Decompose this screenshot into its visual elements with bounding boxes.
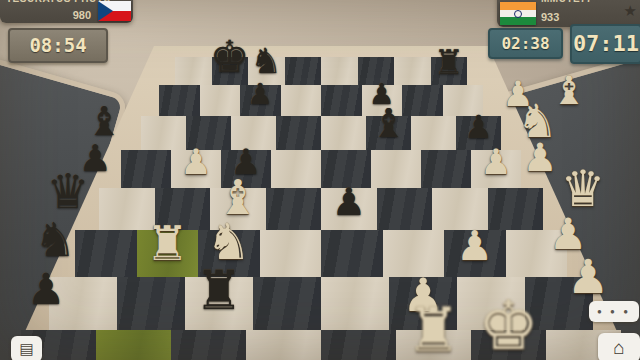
star-icon: ★ xyxy=(624,2,637,20)
captured-black-q-2: ♛ xyxy=(46,167,89,215)
square-g6[interactable] xyxy=(411,116,456,150)
square-d4[interactable] xyxy=(266,188,322,230)
piece-black-r-h8[interactable]: ♜ xyxy=(434,45,464,79)
piece-black-b-f6[interactable]: ♝ xyxy=(371,103,407,143)
piece-white-p-g3[interactable]: ♟ xyxy=(456,226,493,267)
piece-black-r-c2[interactable]: ♜ xyxy=(195,264,243,318)
piece-black-n-c8[interactable]: ♞ xyxy=(251,44,282,79)
square-g7[interactable] xyxy=(402,85,443,116)
square-e8[interactable] xyxy=(321,57,358,85)
square-d5[interactable] xyxy=(271,150,321,188)
player-rating-right: 933 xyxy=(541,11,559,23)
square-b7[interactable] xyxy=(200,85,241,116)
piece-white-p-b5[interactable]: ♟ xyxy=(180,145,211,180)
square-e1[interactable] xyxy=(321,330,396,360)
square-d3[interactable] xyxy=(260,230,322,277)
game-screen: ♚♞♜♟♟♝♟♟♟♜♟♟♝♜♞♟♟♜♚♝♟♛♞♟♟♞♝♟♛♟♟ TESURATU… xyxy=(0,0,640,360)
player-banner-right[interactable]: MMUTE77 933 ★ xyxy=(497,0,640,27)
square-a7[interactable] xyxy=(159,85,200,116)
square-e2[interactable] xyxy=(321,277,389,330)
captured-black-b-0: ♝ xyxy=(86,101,122,141)
piece-black-p-c7[interactable]: ♟ xyxy=(247,80,273,109)
captured-black-n-3: ♞ xyxy=(34,216,76,263)
square-d8[interactable] xyxy=(285,57,322,85)
square-e6[interactable] xyxy=(321,116,366,150)
white-clock: 08:54 xyxy=(8,28,108,63)
more-options-button[interactable]: ● ● ● xyxy=(589,301,639,322)
captured-black-p-4: ♟ xyxy=(27,268,66,311)
square-a8[interactable] xyxy=(175,57,212,85)
home-button[interactable]: ⌂ xyxy=(598,333,640,360)
home-icon: ⌂ xyxy=(613,337,624,359)
piece-black-p-h6[interactable]: ♟ xyxy=(464,111,493,143)
square-g5[interactable] xyxy=(421,150,471,188)
square-d2[interactable] xyxy=(253,277,321,330)
square-d7[interactable] xyxy=(281,85,322,116)
piece-white-r-b3[interactable]: ♜ xyxy=(146,219,189,267)
square-f5[interactable] xyxy=(371,150,421,188)
board-rank-7 xyxy=(159,85,483,116)
move-timer: 02:38 xyxy=(488,28,563,59)
menu-button[interactable]: ▤ xyxy=(11,336,42,360)
piece-white-k-g1[interactable]: ♚ xyxy=(478,292,539,360)
player-banner-left[interactable]: TESURATUS PHUTU 980 xyxy=(0,0,133,23)
piece-white-p-h5[interactable]: ♟ xyxy=(480,145,511,180)
player-rating-left: 980 xyxy=(73,9,91,21)
black-clock: 07:11 xyxy=(570,24,640,64)
square-a6[interactable] xyxy=(141,116,186,150)
piece-black-p-e4[interactable]: ♟ xyxy=(332,183,366,221)
square-g8[interactable] xyxy=(394,57,431,85)
piece-white-r-f1[interactable]: ♜ xyxy=(406,299,461,360)
square-a5[interactable] xyxy=(121,150,171,188)
square-d6[interactable] xyxy=(276,116,321,150)
piece-black-k-b8[interactable]: ♚ xyxy=(210,35,249,79)
menu-list-icon: ▤ xyxy=(19,340,33,358)
square-d1[interactable] xyxy=(246,330,321,360)
captured-white-q-4: ♛ xyxy=(561,164,606,214)
square-b1[interactable] xyxy=(96,330,171,360)
czech-flag-icon xyxy=(98,1,131,21)
three-dots-icon: ● ● ● xyxy=(597,307,631,316)
player-name-right: MMUTE77 xyxy=(541,0,592,4)
square-b2[interactable] xyxy=(117,277,185,330)
captured-white-p-3: ♟ xyxy=(523,138,558,177)
square-f4[interactable] xyxy=(377,188,433,230)
square-e7[interactable] xyxy=(321,85,362,116)
captured-white-p-6: ♟ xyxy=(567,253,609,300)
square-c1[interactable] xyxy=(171,330,246,360)
square-h4[interactable] xyxy=(488,188,544,230)
square-e3[interactable] xyxy=(321,230,383,277)
player-name-left: TESURATUS PHUTU xyxy=(6,0,111,4)
india-flag-icon xyxy=(500,2,536,25)
square-a3[interactable] xyxy=(75,230,137,277)
